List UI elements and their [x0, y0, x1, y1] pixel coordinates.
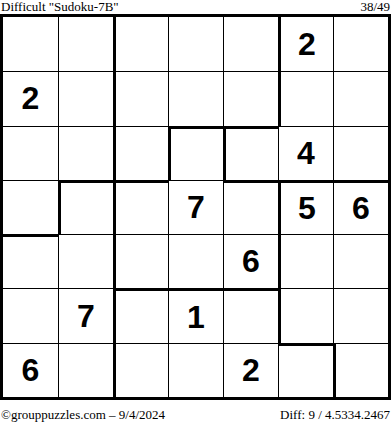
given-digit: 6: [242, 243, 260, 280]
cell-r5c6: [278, 234, 333, 288]
cell-r4c5: [223, 180, 278, 234]
cell-r4c1: [3, 180, 58, 234]
cell-r2c4: [168, 71, 223, 125]
given-digit: 6: [352, 190, 370, 227]
cell-r3c5: [223, 126, 278, 180]
cell-r2c3: [113, 71, 168, 125]
cell-r7c4: [168, 343, 223, 397]
cell-r7c2: [58, 343, 113, 397]
given-digit: 5: [298, 190, 316, 227]
cell-r4c2: [58, 180, 113, 234]
given-digit: 4: [297, 135, 315, 172]
cell-r4c6: 5: [278, 180, 333, 234]
cell-r2c7: [333, 71, 388, 125]
cell-r1c6: 2: [278, 17, 333, 71]
cell-r6c5: [223, 288, 278, 342]
cell-r2c2: [58, 71, 113, 125]
cell-r5c1: [3, 234, 58, 288]
cell-r6c1: [3, 288, 58, 342]
cell-r2c5: [223, 71, 278, 125]
given-digit: 7: [77, 298, 95, 335]
copyright-text: ©grouppuzzles.com – 9/4/2024: [1, 408, 165, 422]
cell-r5c4: [168, 234, 223, 288]
cell-r3c3: [113, 126, 168, 180]
given-digit: 1: [187, 299, 205, 336]
cell-r5c3: [113, 234, 168, 288]
cell-r6c3: [113, 288, 168, 342]
given-digit: 6: [22, 352, 40, 389]
cell-r1c1: [3, 17, 58, 71]
sudoku-board: 22475667162: [0, 14, 391, 400]
cell-r1c4: [168, 17, 223, 71]
cell-r3c4: [168, 126, 223, 180]
cell-r7c7: [333, 343, 388, 397]
cell-r1c7: [333, 17, 388, 71]
difficulty-text: Diff: 9 / 4.5334.2467: [280, 408, 390, 422]
cell-r6c6: [278, 288, 333, 342]
cell-r4c3: [113, 180, 168, 234]
cell-r3c1: [3, 126, 58, 180]
cell-r6c4: 1: [168, 288, 223, 342]
given-digit: 7: [187, 189, 205, 226]
cell-r5c5: 6: [223, 234, 278, 288]
given-digit: 2: [22, 80, 40, 117]
given-digit: 2: [298, 26, 316, 63]
cell-r3c7: [333, 126, 388, 180]
cell-r7c6: [278, 343, 333, 397]
cell-r4c4: 7: [168, 180, 223, 234]
cell-r5c2: [58, 234, 113, 288]
cell-r7c3: [113, 343, 168, 397]
header: Difficult "Sudoku-7B" 38/49: [1, 0, 390, 13]
cell-r5c7: [333, 234, 388, 288]
puzzle-title: Difficult "Sudoku-7B": [1, 0, 119, 13]
cell-r7c5: 2: [223, 343, 278, 397]
blank-count: 38/49: [360, 0, 390, 13]
cell-r3c2: [58, 126, 113, 180]
cell-r6c7: [333, 288, 388, 342]
cell-r7c1: 6: [3, 343, 58, 397]
cell-r1c5: [223, 17, 278, 71]
cell-r2c6: [278, 71, 333, 125]
given-digit: 2: [242, 352, 260, 389]
cell-r2c1: 2: [3, 71, 58, 125]
cell-r6c2: 7: [58, 288, 113, 342]
cell-r3c6: 4: [278, 126, 333, 180]
puzzle-page: Difficult "Sudoku-7B" 38/49 22475667162 …: [0, 0, 391, 426]
cell-r4c7: 6: [333, 180, 388, 234]
cell-r1c3: [113, 17, 168, 71]
footer: ©grouppuzzles.com – 9/4/2024 Diff: 9 / 4…: [1, 408, 390, 422]
cell-r1c2: [58, 17, 113, 71]
